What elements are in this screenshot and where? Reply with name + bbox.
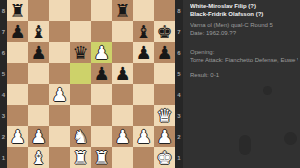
square-c4[interactable]: ♟	[49, 84, 70, 105]
square-b3[interactable]	[28, 105, 49, 126]
square-h5[interactable]	[154, 63, 175, 84]
rank-label-3: 3	[175, 105, 183, 126]
black-pawn-a7[interactable]: ♟	[7, 21, 28, 42]
square-a4[interactable]	[7, 84, 28, 105]
square-h8[interactable]	[154, 0, 175, 21]
square-c6[interactable]	[49, 42, 70, 63]
square-c5[interactable]	[49, 63, 70, 84]
black-pawn-g6[interactable]: ♟	[133, 42, 154, 63]
square-d6[interactable]: ♛	[70, 42, 91, 63]
rank-label-5: 5	[0, 63, 7, 84]
square-g3[interactable]	[133, 105, 154, 126]
faint-circle-button	[284, 132, 297, 145]
square-b8[interactable]	[28, 0, 49, 21]
rank-label-2: 2	[0, 126, 7, 147]
square-d5[interactable]	[70, 63, 91, 84]
square-f1[interactable]	[112, 147, 133, 168]
black-queen-d6[interactable]: ♛	[70, 42, 91, 63]
white-pawn-a2[interactable]: ♟	[7, 126, 28, 147]
rank-label-4: 4	[0, 84, 7, 105]
faint-pill-button	[239, 135, 251, 155]
white-pawn-c4[interactable]: ♟	[49, 84, 70, 105]
square-g5[interactable]	[133, 63, 154, 84]
rank-labels-left: 87654321	[0, 0, 7, 168]
rank-label-5: 5	[175, 63, 183, 84]
square-a3[interactable]	[7, 105, 28, 126]
rank-label-7: 7	[175, 21, 183, 42]
square-h6[interactable]: ♟	[154, 42, 175, 63]
square-g4[interactable]	[133, 84, 154, 105]
square-a1[interactable]	[7, 147, 28, 168]
square-a7[interactable]: ♟	[7, 21, 28, 42]
white-knight-d2[interactable]: ♞	[70, 126, 91, 147]
rank-label-3: 3	[0, 105, 7, 126]
white-pawn-f2[interactable]: ♟	[112, 126, 133, 147]
square-c2[interactable]	[49, 126, 70, 147]
rank-label-4: 4	[175, 84, 183, 105]
square-c1[interactable]	[49, 147, 70, 168]
rank-label-1: 1	[0, 147, 7, 168]
app-window: 87654321 ♜♜♟♝♝♚♟♛♟♟♟♟♟♟♛♟♟♞♟♟♟♝♜♜♚ 87654…	[0, 0, 300, 168]
square-b4[interactable]	[28, 84, 49, 105]
black-king-h7[interactable]: ♚	[154, 21, 175, 42]
white-rook-e1[interactable]: ♜	[91, 147, 112, 168]
square-a6[interactable]	[7, 42, 28, 63]
square-c3[interactable]	[49, 105, 70, 126]
black-rook-a8[interactable]: ♜	[7, 0, 28, 21]
square-f7[interactable]	[112, 21, 133, 42]
square-h2[interactable]: ♟	[154, 126, 175, 147]
square-h4[interactable]	[154, 84, 175, 105]
square-a2[interactable]: ♟	[7, 126, 28, 147]
faint-circle-button	[263, 86, 272, 95]
square-e5[interactable]: ♟	[91, 63, 112, 84]
square-e4[interactable]	[91, 84, 112, 105]
square-d4[interactable]	[70, 84, 91, 105]
rank-label-6: 6	[0, 42, 7, 63]
square-f8[interactable]: ♜	[112, 0, 133, 21]
square-g6[interactable]: ♟	[133, 42, 154, 63]
square-g2[interactable]: ♟	[133, 126, 154, 147]
black-pawn-e5[interactable]: ♟	[91, 63, 112, 84]
white-queen-h3[interactable]: ♛	[154, 105, 175, 126]
square-g7[interactable]: ♝	[133, 21, 154, 42]
square-b1[interactable]: ♝	[28, 147, 49, 168]
square-f5[interactable]: ♟	[112, 63, 133, 84]
square-e8[interactable]	[91, 0, 112, 21]
square-a8[interactable]: ♜	[7, 0, 28, 21]
white-king-h1[interactable]: ♚	[154, 147, 175, 168]
black-pawn-h6[interactable]: ♟	[154, 42, 175, 63]
square-c8[interactable]	[49, 0, 70, 21]
square-b6[interactable]: ♟	[28, 42, 49, 63]
square-e3[interactable]	[91, 105, 112, 126]
black-bishop-g7[interactable]: ♝	[133, 21, 154, 42]
white-pawn-g2[interactable]: ♟	[133, 126, 154, 147]
square-d2[interactable]: ♞	[70, 126, 91, 147]
black-bishop-b7[interactable]: ♝	[28, 21, 49, 42]
black-player-line: Black-Fridrik Olafsson (?)	[190, 10, 298, 18]
square-a5[interactable]	[7, 63, 28, 84]
square-c7[interactable]	[49, 21, 70, 42]
square-b2[interactable]: ♟	[28, 126, 49, 147]
square-g8[interactable]	[133, 0, 154, 21]
rank-label-7: 7	[0, 21, 7, 42]
rank-label-6: 6	[175, 42, 183, 63]
rank-label-8: 8	[0, 0, 7, 21]
white-player-line: White-Miroslav Filip (?)	[190, 2, 298, 10]
square-e6[interactable]: ♟	[91, 42, 112, 63]
square-h3[interactable]: ♛	[154, 105, 175, 126]
black-pawn-b6[interactable]: ♟	[28, 42, 49, 63]
opening-label: Opening:	[190, 48, 298, 56]
chess-board[interactable]: ♜♜♟♝♝♚♟♛♟♟♟♟♟♟♛♟♟♞♟♟♟♝♜♜♚	[7, 0, 175, 168]
square-e7[interactable]	[91, 21, 112, 42]
square-d8[interactable]	[70, 0, 91, 21]
square-f4[interactable]	[112, 84, 133, 105]
square-d1[interactable]: ♜	[70, 147, 91, 168]
black-rook-f8[interactable]: ♜	[112, 0, 133, 21]
rank-label-2: 2	[175, 126, 183, 147]
opening-line: Torre Attack: Fianchetto Defense, Euwe V…	[190, 56, 298, 64]
square-b5[interactable]	[28, 63, 49, 84]
square-e1[interactable]: ♜	[91, 147, 112, 168]
result-line: Result: 0-1	[190, 71, 298, 79]
rank-labels-right: 87654321	[175, 0, 183, 168]
rank-label-8: 8	[175, 0, 183, 21]
square-e2[interactable]	[91, 126, 112, 147]
square-b7[interactable]: ♝	[28, 21, 49, 42]
white-bishop-b1[interactable]: ♝	[28, 147, 49, 168]
event-line: Varna ol (Men) qual-C Round 5	[190, 21, 298, 29]
white-pawn-b2[interactable]: ♟	[28, 126, 49, 147]
square-d7[interactable]	[70, 21, 91, 42]
square-h7[interactable]: ♚	[154, 21, 175, 42]
square-g1[interactable]	[133, 147, 154, 168]
square-f3[interactable]	[112, 105, 133, 126]
black-pawn-f5[interactable]: ♟	[112, 63, 133, 84]
square-f2[interactable]: ♟	[112, 126, 133, 147]
square-f6[interactable]	[112, 42, 133, 63]
square-d3[interactable]	[70, 105, 91, 126]
date-line: Date: 1962.09.??	[190, 29, 298, 37]
white-pawn-e6[interactable]: ♟	[91, 42, 112, 63]
rank-label-1: 1	[175, 147, 183, 168]
white-pawn-h2[interactable]: ♟	[154, 126, 175, 147]
white-rook-d1[interactable]: ♜	[70, 147, 91, 168]
square-h1[interactable]: ♚	[154, 147, 175, 168]
